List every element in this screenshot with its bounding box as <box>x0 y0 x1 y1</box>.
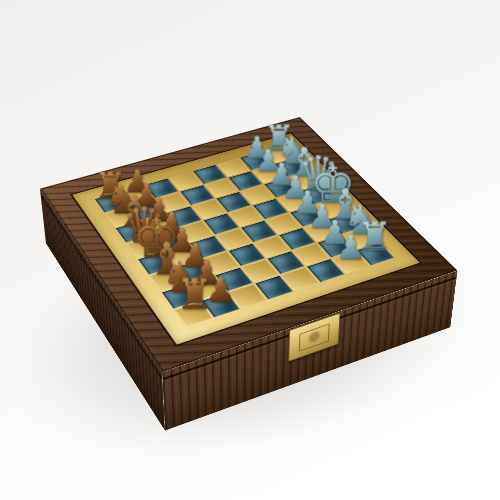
piece-glyph: ♟ <box>336 231 366 264</box>
product-photo: ♜♞♝♛♚♝♞♜♟♟♟♟♟♟♟♟♟♟♟♟♟♟♟♟♜♞♝♛♚♝♞♜ <box>0 0 500 500</box>
piece-glyph: ♜ <box>176 274 213 315</box>
clasp-emblem-icon <box>299 323 330 351</box>
scene: ♜♞♝♛♚♝♞♜♟♟♟♟♟♟♟♟♟♟♟♟♟♟♟♟♜♞♝♛♚♝♞♜ <box>0 0 500 500</box>
